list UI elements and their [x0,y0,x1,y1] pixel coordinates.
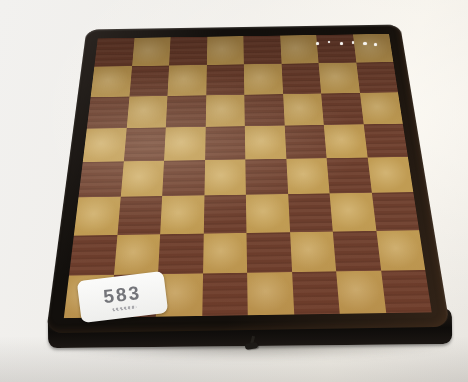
square-f3[interactable] [288,194,333,232]
square-g8[interactable] [316,34,356,63]
square-f1[interactable] [292,271,340,314]
square-b2[interactable] [114,234,161,275]
square-f8[interactable] [280,35,319,64]
square-d6[interactable] [205,94,244,126]
paint-speck [316,42,319,45]
square-c6[interactable] [166,95,206,127]
square-a2[interactable] [69,235,117,276]
square-g3[interactable] [330,193,376,231]
square-e8[interactable] [243,36,281,65]
square-f5[interactable] [284,125,326,159]
square-b5[interactable] [123,127,165,161]
paint-speck [328,41,330,43]
square-a4[interactable] [78,161,123,197]
square-e1[interactable] [247,272,294,315]
square-h6[interactable] [360,92,403,124]
auction-photo-scene: 583 [0,0,468,382]
square-e3[interactable] [246,194,290,232]
square-c3[interactable] [160,196,204,234]
square-e5[interactable] [245,125,286,159]
square-h5[interactable] [363,124,408,158]
box-hook-clasp [243,336,261,352]
square-c5[interactable] [164,127,205,161]
paint-speck [340,42,343,45]
square-e2[interactable] [246,232,291,273]
lot-number: 583 [102,282,142,305]
square-g4[interactable] [327,158,372,194]
square-f4[interactable] [286,158,330,194]
square-g6[interactable] [321,93,363,125]
square-d4[interactable] [204,159,246,195]
square-h7[interactable] [356,62,398,92]
clasp-hook [245,342,259,350]
paint-speck [352,41,354,44]
square-f7[interactable] [281,63,321,93]
square-a8[interactable] [94,38,134,67]
paint-speck [363,42,367,45]
square-h8[interactable] [353,34,394,63]
square-g7[interactable] [319,63,360,93]
square-e6[interactable] [244,94,284,126]
square-f2[interactable] [290,231,337,272]
square-b8[interactable] [132,37,171,66]
square-e7[interactable] [244,64,283,95]
square-a6[interactable] [87,96,129,128]
square-g1[interactable] [336,270,386,313]
square-e4[interactable] [245,159,287,195]
square-d7[interactable] [206,65,244,96]
square-h3[interactable] [371,192,419,230]
square-a7[interactable] [91,66,132,97]
square-c7[interactable] [167,65,206,96]
square-d1[interactable] [202,273,248,316]
square-c2[interactable] [158,233,203,274]
square-a3[interactable] [74,197,120,235]
square-b3[interactable] [117,196,162,234]
paint-speck [374,43,377,46]
square-h2[interactable] [376,230,425,271]
square-b4[interactable] [120,161,164,197]
square-c8[interactable] [169,37,207,66]
square-b6[interactable] [126,96,167,128]
square-c4[interactable] [162,160,205,196]
square-g2[interactable] [333,231,381,272]
square-f6[interactable] [283,93,324,125]
square-b7[interactable] [129,66,169,97]
sticker-fine-print [112,305,136,311]
square-d8[interactable] [206,36,243,65]
paint-speck [348,22,350,24]
square-h1[interactable] [381,270,432,313]
square-a5[interactable] [83,128,127,162]
square-d3[interactable] [203,195,246,233]
square-d2[interactable] [203,233,248,274]
square-h4[interactable] [367,157,413,193]
square-d5[interactable] [205,126,246,160]
square-g5[interactable] [324,124,367,158]
